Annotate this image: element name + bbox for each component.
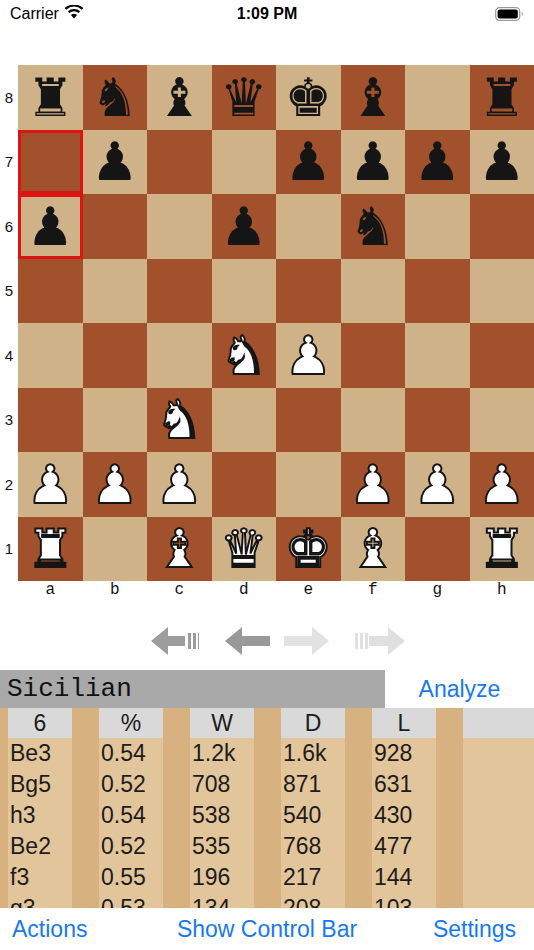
square-c4[interactable]	[147, 323, 212, 388]
rank-label-8: 8	[0, 65, 18, 130]
square-a1[interactable]: ♜	[18, 517, 83, 582]
square-g3[interactable]	[405, 388, 470, 453]
black-rook-icon: ♜	[26, 71, 74, 124]
white-rook-icon: ♜	[478, 522, 526, 575]
stats-cell: 196	[190, 862, 254, 893]
battery-icon	[495, 7, 524, 21]
square-h8[interactable]: ♜	[470, 65, 534, 130]
rank-label-4: 4	[0, 323, 18, 388]
square-b2[interactable]: ♟	[83, 452, 148, 517]
next-move-button[interactable]	[283, 626, 329, 656]
square-a8[interactable]: ♜	[18, 65, 83, 130]
square-d7[interactable]	[212, 130, 277, 195]
stats-cell	[463, 893, 534, 908]
stats-cell: Be2	[8, 831, 72, 862]
chess-board[interactable]: ♜♞♝♛♚♝♜♟♟♟♟♟♟♟♞♞♟♞♟♟♟♟♟♟♜♝♛♚♝♜	[18, 65, 534, 581]
previous-move-button[interactable]	[225, 626, 271, 656]
black-pawn-icon: ♟	[284, 135, 332, 188]
white-pawn-icon: ♟	[26, 458, 74, 511]
stats-cell: 540	[281, 800, 345, 831]
square-h2[interactable]: ♟	[470, 452, 534, 517]
stats-cell	[463, 800, 534, 831]
stats-cell: Bg5	[8, 769, 72, 800]
square-h3[interactable]	[470, 388, 534, 453]
stats-header-%: %	[99, 708, 163, 738]
square-b7[interactable]: ♟	[83, 130, 148, 195]
first-move-button[interactable]	[151, 626, 199, 656]
black-knight-icon: ♞	[91, 71, 139, 124]
stats-cell: 0.53	[99, 893, 163, 908]
stats-cell: 208	[281, 893, 345, 908]
analyze-button[interactable]: Analyze	[385, 670, 534, 708]
stats-cell: 1.2k	[190, 738, 254, 769]
square-d8[interactable]: ♛	[212, 65, 277, 130]
stats-cell: 708	[190, 769, 254, 800]
stats-cell: 0.54	[99, 800, 163, 831]
stats-cell: 134	[190, 893, 254, 908]
white-knight-icon: ♞	[155, 393, 203, 446]
square-f4[interactable]	[341, 323, 406, 388]
last-move-button[interactable]	[355, 626, 405, 656]
stats-cell: 477	[372, 831, 436, 862]
stats-header-6: 6	[8, 708, 72, 738]
square-f2[interactable]: ♟	[341, 452, 406, 517]
square-h1[interactable]: ♜	[470, 517, 534, 582]
black-pawn-icon: ♟	[349, 135, 397, 188]
square-a6[interactable]: ♟	[18, 194, 83, 259]
square-c5[interactable]	[147, 259, 212, 324]
rank-label-1: 1	[0, 517, 18, 582]
stats-row-f3[interactable]: f30.55196217144	[8, 862, 534, 893]
square-b8[interactable]: ♞	[83, 65, 148, 130]
square-b3[interactable]	[83, 388, 148, 453]
black-knight-icon: ♞	[349, 200, 397, 253]
square-g6[interactable]	[405, 194, 470, 259]
stats-cell: 144	[372, 862, 436, 893]
square-d5[interactable]	[212, 259, 277, 324]
file-label-g: g	[405, 581, 470, 603]
black-king-icon: ♚	[284, 71, 332, 124]
square-c6[interactable]	[147, 194, 212, 259]
square-b6[interactable]	[83, 194, 148, 259]
square-d2[interactable]	[212, 452, 277, 517]
square-g2[interactable]: ♟	[405, 452, 470, 517]
square-b5[interactable]	[83, 259, 148, 324]
rank-label-5: 5	[0, 259, 18, 324]
square-e3[interactable]	[276, 388, 341, 453]
white-bishop-icon: ♝	[349, 522, 397, 575]
square-c7[interactable]	[147, 130, 212, 195]
square-a2[interactable]: ♟	[18, 452, 83, 517]
stats-header-L: L	[372, 708, 436, 738]
white-bishop-icon: ♝	[155, 522, 203, 575]
file-label-f: f	[341, 581, 406, 603]
stats-cell	[463, 738, 534, 769]
stats-cell: 535	[190, 831, 254, 862]
stats-cell: 1.6k	[281, 738, 345, 769]
white-rook-icon: ♜	[26, 522, 74, 575]
stats-cell: h3	[8, 800, 72, 831]
white-pawn-icon: ♟	[155, 458, 203, 511]
file-label-d: d	[212, 581, 277, 603]
stats-cell: 103	[372, 893, 436, 908]
white-pawn-icon: ♟	[349, 458, 397, 511]
move-navigation	[11, 623, 534, 659]
square-d1[interactable]: ♛	[212, 517, 277, 582]
square-c3[interactable]: ♞	[147, 388, 212, 453]
stats-cell	[463, 769, 534, 800]
square-g8[interactable]	[405, 65, 470, 130]
stats-cell	[463, 831, 534, 862]
square-d6[interactable]: ♟	[212, 194, 277, 259]
stats-header-D: D	[281, 708, 345, 738]
stats-header-W: W	[190, 708, 254, 738]
opening-name: Sicilian	[0, 670, 385, 708]
square-d3[interactable]	[212, 388, 277, 453]
square-e1[interactable]: ♚	[276, 517, 341, 582]
black-bishop-icon: ♝	[155, 71, 203, 124]
square-e7[interactable]: ♟	[276, 130, 341, 195]
square-a3[interactable]	[18, 388, 83, 453]
black-pawn-icon: ♟	[91, 135, 139, 188]
bottom-toolbar: Actions Show Control Bar Settings	[0, 908, 534, 950]
black-pawn-icon: ♟	[478, 135, 526, 188]
square-f7[interactable]: ♟	[341, 130, 406, 195]
square-h5[interactable]	[470, 259, 534, 324]
stats-cell: 538	[190, 800, 254, 831]
file-label-e: e	[276, 581, 341, 603]
file-label-b: b	[83, 581, 148, 603]
square-e5[interactable]	[276, 259, 341, 324]
file-label-a: a	[18, 581, 83, 603]
square-d4[interactable]: ♞	[212, 323, 277, 388]
rank-label-7: 7	[0, 130, 18, 195]
file-label-h: h	[470, 581, 534, 603]
stats-header-row: 6%WDL	[8, 708, 534, 738]
clock: 1:09 PM	[0, 5, 534, 23]
stats-row-h3[interactable]: h30.54538540430	[8, 800, 534, 831]
square-a4[interactable]	[18, 323, 83, 388]
black-queen-icon: ♛	[220, 71, 268, 124]
square-f3[interactable]	[341, 388, 406, 453]
white-pawn-icon: ♟	[413, 458, 461, 511]
square-h4[interactable]	[470, 323, 534, 388]
stats-row-Be3[interactable]: Be30.541.2k1.6k928	[8, 738, 534, 769]
stats-cell: 0.52	[99, 831, 163, 862]
black-rook-icon: ♜	[478, 71, 526, 124]
chess-board-area: 87654321 ♜♞♝♛♚♝♜♟♟♟♟♟♟♟♞♞♟♞♟♟♟♟♟♟♜♝♛♚♝♜	[0, 65, 534, 581]
square-a5[interactable]	[18, 259, 83, 324]
white-queen-icon: ♛	[220, 522, 268, 575]
stats-cell: f3	[8, 862, 72, 893]
square-c2[interactable]: ♟	[147, 452, 212, 517]
square-h7[interactable]: ♟	[470, 130, 534, 195]
square-e2[interactable]	[276, 452, 341, 517]
file-labels: abcdefgh	[18, 581, 534, 603]
status-bar: Carrier 1:09 PM	[0, 0, 534, 28]
square-b1[interactable]	[83, 517, 148, 582]
square-e6[interactable]	[276, 194, 341, 259]
square-h6[interactable]	[470, 194, 534, 259]
square-g5[interactable]	[405, 259, 470, 324]
rank-label-2: 2	[0, 452, 18, 517]
black-bishop-icon: ♝	[349, 71, 397, 124]
stats-cell: 0.55	[99, 862, 163, 893]
square-f8[interactable]: ♝	[341, 65, 406, 130]
settings-button[interactable]: Settings	[433, 916, 516, 943]
white-king-icon: ♚	[284, 522, 332, 575]
stats-cell: 0.52	[99, 769, 163, 800]
stats-cell: 0.54	[99, 738, 163, 769]
square-g7[interactable]: ♟	[405, 130, 470, 195]
stats-row-Be2[interactable]: Be20.52535768477	[8, 831, 534, 862]
square-g1[interactable]	[405, 517, 470, 582]
rank-labels: 87654321	[0, 65, 18, 581]
stats-cell	[463, 862, 534, 893]
stats-cell: 631	[372, 769, 436, 800]
stats-cell: 768	[281, 831, 345, 862]
white-pawn-icon: ♟	[478, 458, 526, 511]
stats-cell: 430	[372, 800, 436, 831]
square-g4[interactable]	[405, 323, 470, 388]
white-pawn-icon: ♟	[284, 329, 332, 382]
stats-cell: g3	[8, 893, 72, 908]
white-knight-icon: ♞	[220, 329, 268, 382]
rank-label-6: 6	[0, 194, 18, 259]
stats-cell: 871	[281, 769, 345, 800]
file-label-c: c	[147, 581, 212, 603]
black-pawn-icon: ♟	[26, 200, 74, 253]
stats-cell: Be3	[8, 738, 72, 769]
square-b4[interactable]	[83, 323, 148, 388]
square-f6[interactable]: ♞	[341, 194, 406, 259]
stats-header-blank	[463, 708, 534, 738]
stats-cell: 217	[281, 862, 345, 893]
square-f5[interactable]	[341, 259, 406, 324]
stats-row-g3[interactable]: g30.53134208103	[8, 893, 534, 908]
square-e4[interactable]: ♟	[276, 323, 341, 388]
square-e8[interactable]: ♚	[276, 65, 341, 130]
square-a7[interactable]	[18, 130, 83, 195]
stats-cell: 928	[372, 738, 436, 769]
stats-row-Bg5[interactable]: Bg50.52708871631	[8, 769, 534, 800]
opening-stats-table: 6%WDLBe30.541.2k1.6k928Bg50.52708871631h…	[0, 708, 534, 908]
black-pawn-icon: ♟	[220, 200, 268, 253]
square-f1[interactable]: ♝	[341, 517, 406, 582]
white-pawn-icon: ♟	[91, 458, 139, 511]
square-c1[interactable]: ♝	[147, 517, 212, 582]
square-c8[interactable]: ♝	[147, 65, 212, 130]
rank-label-3: 3	[0, 388, 18, 453]
black-pawn-icon: ♟	[413, 135, 461, 188]
